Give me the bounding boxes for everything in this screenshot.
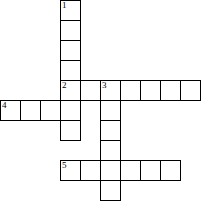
grid-cell-r4c9[interactable] xyxy=(180,80,201,101)
clue-number-2: 2 xyxy=(62,81,67,90)
clue-number-1: 1 xyxy=(62,1,67,10)
grid-cell-r6c3[interactable] xyxy=(60,120,81,141)
grid-cell-r4c7[interactable] xyxy=(140,80,161,101)
grid-cell-r8c7[interactable] xyxy=(140,160,161,181)
grid-cell-r4c4[interactable] xyxy=(80,80,101,101)
grid-cell-r1c3[interactable] xyxy=(60,20,81,41)
grid-cell-r5c0[interactable]: 4 xyxy=(0,100,21,121)
clue-number-4: 4 xyxy=(2,101,7,110)
grid-cell-r4c8[interactable] xyxy=(160,80,181,101)
grid-cell-r6c5[interactable] xyxy=(100,120,121,141)
grid-cell-r8c3[interactable]: 5 xyxy=(60,160,81,181)
grid-cell-r2c3[interactable] xyxy=(60,40,81,61)
clue-number-3: 3 xyxy=(102,81,107,90)
clue-number-5: 5 xyxy=(62,161,67,170)
grid-cell-r8c4[interactable] xyxy=(80,160,101,181)
grid-cell-r8c6[interactable] xyxy=(120,160,141,181)
grid-cell-r9c5[interactable] xyxy=(100,180,121,201)
grid-cell-r8c5[interactable] xyxy=(100,160,121,181)
grid-cell-r5c1[interactable] xyxy=(20,100,41,121)
crossword-grid: 12345 xyxy=(0,0,201,201)
grid-cell-r8c8[interactable] xyxy=(160,160,181,181)
grid-cell-r7c5[interactable] xyxy=(100,140,121,161)
grid-cell-r5c5[interactable] xyxy=(100,100,121,121)
grid-cell-r5c3[interactable] xyxy=(60,100,81,121)
grid-cell-r0c3[interactable]: 1 xyxy=(60,0,81,21)
grid-cell-r4c5[interactable]: 3 xyxy=(100,80,121,101)
grid-cell-r5c2[interactable] xyxy=(40,100,61,121)
grid-cell-r4c3[interactable]: 2 xyxy=(60,80,81,101)
grid-cell-r3c3[interactable] xyxy=(60,60,81,81)
grid-cell-r4c6[interactable] xyxy=(120,80,141,101)
